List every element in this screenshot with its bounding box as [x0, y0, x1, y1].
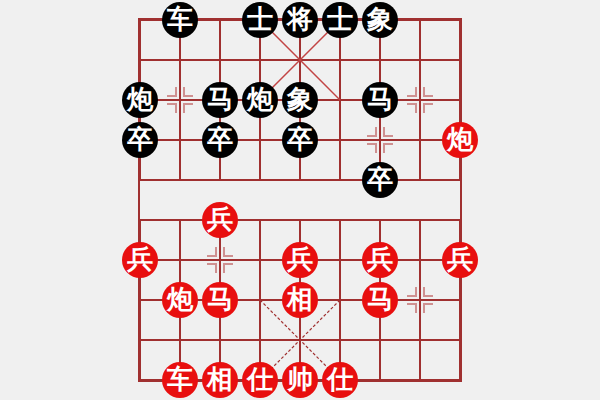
- piece-red-cannon-b3[interactable]: 炮: [162, 282, 198, 318]
- piece-black-elephant-g10[interactable]: 象: [362, 2, 398, 38]
- piece-black-cannon-a8[interactable]: 炮: [122, 82, 158, 118]
- piece-red-horse-c3[interactable]: 马: [202, 282, 238, 318]
- piece-red-soldier-a4[interactable]: 兵: [122, 242, 158, 278]
- piece-red-elephant-e3[interactable]: 相: [282, 282, 318, 318]
- piece-red-soldier-i4[interactable]: 兵: [442, 242, 478, 278]
- piece-red-soldier-e4[interactable]: 兵: [282, 242, 318, 278]
- piece-red-advisor-f1[interactable]: 仕: [322, 362, 358, 398]
- piece-black-soldier-g6[interactable]: 卒: [362, 162, 398, 198]
- piece-red-king-e1[interactable]: 帅: [282, 362, 318, 398]
- piece-black-advisor-d10[interactable]: 士: [242, 2, 278, 38]
- piece-black-chariot-b10[interactable]: 车: [162, 2, 198, 38]
- piece-red-horse-g3[interactable]: 马: [362, 282, 398, 318]
- piece-black-cannon-d8[interactable]: 炮: [242, 82, 278, 118]
- piece-black-king-e10[interactable]: 将: [282, 2, 318, 38]
- piece-red-soldier-c5[interactable]: 兵: [202, 202, 238, 238]
- xiangqi-board-screenshot: 车士将士象炮马炮象马卒卒卒炮卒兵兵兵兵兵炮马相马车相仕帅仕: [0, 0, 600, 400]
- piece-red-cannon-i7[interactable]: 炮: [442, 122, 478, 158]
- piece-black-elephant-e8[interactable]: 象: [282, 82, 318, 118]
- piece-red-chariot-b1[interactable]: 车: [162, 362, 198, 398]
- piece-black-soldier-e7[interactable]: 卒: [282, 122, 318, 158]
- piece-black-advisor-f10[interactable]: 士: [322, 2, 358, 38]
- piece-black-soldier-c7[interactable]: 卒: [202, 122, 238, 158]
- piece-red-advisor-d1[interactable]: 仕: [242, 362, 278, 398]
- pieces-layer: 车士将士象炮马炮象马卒卒卒炮卒兵兵兵兵兵炮马相马车相仕帅仕: [140, 20, 460, 380]
- piece-red-elephant-c1[interactable]: 相: [202, 362, 238, 398]
- piece-black-horse-g8[interactable]: 马: [362, 82, 398, 118]
- piece-black-soldier-a7[interactable]: 卒: [122, 122, 158, 158]
- xiangqi-board: 车士将士象炮马炮象马卒卒卒炮卒兵兵兵兵兵炮马相马车相仕帅仕: [140, 20, 460, 380]
- piece-red-soldier-g4[interactable]: 兵: [362, 242, 398, 278]
- piece-black-horse-c8[interactable]: 马: [202, 82, 238, 118]
